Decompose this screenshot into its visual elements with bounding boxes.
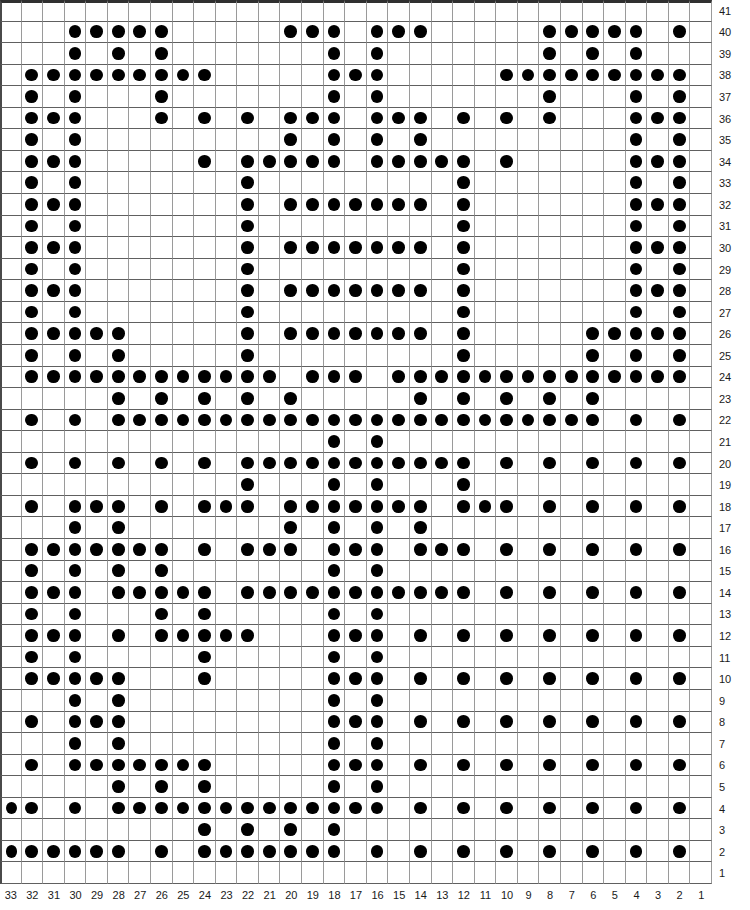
column-label: 14	[410, 884, 432, 910]
filled-dot	[371, 759, 384, 772]
grid-cell	[280, 86, 302, 108]
grid-cell	[173, 604, 195, 626]
filled-dot	[198, 543, 211, 556]
grid-cell	[194, 431, 216, 453]
grid-cell	[216, 388, 238, 410]
grid-cell	[561, 712, 583, 734]
grid-cell	[43, 237, 65, 259]
filled-dot	[414, 284, 427, 297]
grid-cell	[475, 431, 497, 453]
grid-cell	[518, 776, 540, 798]
row-label: 28	[712, 280, 750, 302]
grid-cell	[302, 216, 324, 238]
grid-cell	[129, 172, 151, 194]
grid-cell	[22, 237, 44, 259]
grid-cell	[65, 431, 87, 453]
grid-cell	[151, 819, 173, 841]
filled-dot	[241, 586, 254, 599]
filled-dot	[155, 586, 168, 599]
filled-dot	[349, 759, 362, 772]
grid-cell	[173, 517, 195, 539]
row-label: 31	[712, 216, 750, 238]
grid-cell	[0, 604, 22, 626]
grid-cell	[345, 539, 367, 561]
grid-cell	[367, 561, 389, 583]
grid-cell	[43, 388, 65, 410]
grid-cell	[43, 668, 65, 690]
grid-cell	[86, 582, 108, 604]
grid-cell	[216, 237, 238, 259]
grid-cell	[65, 604, 87, 626]
grid-cell	[173, 280, 195, 302]
filled-dot	[371, 478, 384, 491]
filled-dot	[263, 155, 276, 168]
grid-cell	[302, 733, 324, 755]
grid-cell	[43, 798, 65, 820]
grid-cell	[518, 86, 540, 108]
filled-dot	[112, 694, 125, 707]
grid-cell	[237, 561, 259, 583]
grid-cell	[453, 280, 475, 302]
filled-dot	[435, 414, 448, 427]
grid-cell	[22, 216, 44, 238]
filled-dot	[90, 327, 103, 340]
filled-dot	[371, 629, 384, 642]
grid-cell	[345, 108, 367, 130]
grid-cell	[604, 194, 626, 216]
grid-cell	[388, 410, 410, 432]
grid-cell	[367, 755, 389, 777]
filled-dot	[608, 370, 621, 383]
grid-cell	[259, 604, 281, 626]
grid-cell	[647, 776, 669, 798]
grid-cell	[302, 194, 324, 216]
grid-cell	[604, 755, 626, 777]
grid-cell	[280, 367, 302, 389]
filled-dot	[112, 327, 125, 340]
grid-cell	[108, 625, 130, 647]
filled-dot	[328, 802, 341, 815]
grid-cell	[626, 388, 648, 410]
grid-cell	[367, 582, 389, 604]
column-label: 2	[669, 884, 691, 910]
filled-dot	[371, 715, 384, 728]
grid-cell	[108, 280, 130, 302]
grid-cell	[604, 216, 626, 238]
grid-cell	[22, 151, 44, 173]
grid-cell	[690, 474, 712, 496]
grid-cell	[108, 345, 130, 367]
filled-dot	[371, 543, 384, 556]
filled-dot	[500, 802, 513, 815]
filled-dot	[155, 69, 168, 82]
grid-cell	[583, 712, 605, 734]
grid-cell	[237, 625, 259, 647]
grid-cell	[453, 474, 475, 496]
grid-cell	[626, 712, 648, 734]
column-label: 22	[237, 884, 259, 910]
grid-cell	[626, 604, 648, 626]
filled-dot	[371, 651, 384, 664]
filled-dot	[25, 133, 38, 146]
grid-cell	[151, 302, 173, 324]
filled-dot	[457, 220, 470, 233]
grid-cell	[280, 237, 302, 259]
grid-cell	[367, 841, 389, 863]
filled-dot	[47, 284, 60, 297]
grid-cell	[216, 259, 238, 281]
grid-cell	[388, 582, 410, 604]
grid-cell	[43, 517, 65, 539]
filled-dot	[371, 327, 384, 340]
grid-cell	[518, 151, 540, 173]
grid-cell	[561, 43, 583, 65]
grid-cell	[604, 237, 626, 259]
grid-cell	[583, 86, 605, 108]
grid-cell	[388, 561, 410, 583]
grid-cell	[216, 86, 238, 108]
grid-cell	[496, 151, 518, 173]
grid-cell	[0, 862, 22, 884]
grid-cell	[669, 129, 691, 151]
grid-cell	[22, 323, 44, 345]
row-label: 26	[712, 323, 750, 345]
grid-cell	[194, 453, 216, 475]
grid-cell	[518, 431, 540, 453]
grid-cell	[626, 776, 648, 798]
filled-dot	[371, 845, 384, 858]
grid-cell	[259, 539, 281, 561]
grid-cell	[475, 259, 497, 281]
filled-dot	[543, 845, 556, 858]
grid-cell	[43, 755, 65, 777]
grid-cell	[22, 86, 44, 108]
filled-dot	[522, 414, 535, 427]
grid-cell	[410, 216, 432, 238]
grid-cell	[690, 367, 712, 389]
grid-cell	[690, 410, 712, 432]
grid-cell	[259, 862, 281, 884]
grid-cell	[237, 43, 259, 65]
grid-cell	[302, 798, 324, 820]
grid-cell	[86, 216, 108, 238]
grid-cell	[43, 410, 65, 432]
grid-cell	[432, 582, 454, 604]
grid-cell	[259, 690, 281, 712]
filled-dot	[25, 608, 38, 621]
filled-dot	[673, 112, 686, 125]
grid-cell	[173, 539, 195, 561]
grid-cell	[583, 647, 605, 669]
filled-dot	[241, 370, 254, 383]
grid-cell	[453, 86, 475, 108]
filled-dot	[673, 133, 686, 146]
grid-cell	[151, 129, 173, 151]
grid-cell	[626, 216, 648, 238]
grid-cell	[194, 65, 216, 87]
grid-cell	[324, 345, 346, 367]
grid-cell	[194, 474, 216, 496]
grid-cell	[345, 819, 367, 841]
filled-dot	[112, 715, 125, 728]
grid-cell	[65, 345, 87, 367]
grid-cell	[43, 474, 65, 496]
grid-cell	[86, 302, 108, 324]
grid-cell	[302, 841, 324, 863]
grid-cell	[173, 712, 195, 734]
filled-dot	[630, 543, 643, 556]
grid-cell	[345, 776, 367, 798]
column-label: 24	[194, 884, 216, 910]
grid-cell	[561, 561, 583, 583]
grid-cell	[604, 151, 626, 173]
grid-cell	[324, 604, 346, 626]
grid-cell	[388, 172, 410, 194]
grid-cell	[237, 841, 259, 863]
grid-cell	[367, 345, 389, 367]
filled-dot	[457, 457, 470, 470]
grid-cell	[22, 582, 44, 604]
grid-cell	[280, 0, 302, 22]
grid-cell	[388, 517, 410, 539]
filled-dot	[155, 370, 168, 383]
grid-cell	[0, 302, 22, 324]
filled-dot	[90, 759, 103, 772]
grid-cell	[604, 65, 626, 87]
grid-cell	[518, 345, 540, 367]
grid-cell	[518, 280, 540, 302]
grid-cell	[604, 22, 626, 44]
grid-cell	[647, 259, 669, 281]
grid-cell	[367, 367, 389, 389]
grid-cell	[216, 668, 238, 690]
grid-cell	[324, 151, 346, 173]
filled-dot	[651, 284, 664, 297]
grid-cell	[496, 237, 518, 259]
filled-dot	[608, 25, 621, 38]
grid-cell	[22, 259, 44, 281]
grid-cell	[151, 561, 173, 583]
grid-cell	[324, 625, 346, 647]
filled-dot	[90, 672, 103, 685]
grid-cell	[129, 22, 151, 44]
grid-cell	[22, 194, 44, 216]
grid-cell	[647, 841, 669, 863]
filled-dot	[349, 457, 362, 470]
grid-cell	[22, 776, 44, 798]
grid-cell	[561, 172, 583, 194]
grid-cell	[86, 172, 108, 194]
grid-cell	[345, 561, 367, 583]
grid-cell	[626, 862, 648, 884]
grid-cell	[453, 776, 475, 798]
grid-cell	[669, 776, 691, 798]
filled-dot	[69, 543, 82, 556]
grid-cell	[539, 151, 561, 173]
grid-cell	[626, 819, 648, 841]
grid-cell	[583, 755, 605, 777]
filled-dot	[457, 241, 470, 254]
grid-cell	[583, 151, 605, 173]
filled-dot	[522, 69, 535, 82]
filled-dot	[25, 198, 38, 211]
grid-cell	[583, 216, 605, 238]
grid-cell	[690, 280, 712, 302]
grid-cell	[259, 0, 281, 22]
grid-cell	[324, 819, 346, 841]
filled-dot	[69, 694, 82, 707]
grid-cell	[86, 862, 108, 884]
grid-cell	[43, 539, 65, 561]
filled-dot	[630, 457, 643, 470]
grid-cell	[216, 798, 238, 820]
grid-cell	[388, 151, 410, 173]
row-label: 33	[712, 172, 750, 194]
grid-cell	[453, 43, 475, 65]
grid-cell	[388, 819, 410, 841]
grid-cell	[539, 194, 561, 216]
grid-cell	[432, 453, 454, 475]
grid-cell	[345, 668, 367, 690]
grid-cell	[108, 237, 130, 259]
grid-cell	[669, 690, 691, 712]
grid-cell	[173, 668, 195, 690]
filled-dot	[414, 155, 427, 168]
filled-dot	[457, 112, 470, 125]
grid-cell	[108, 862, 130, 884]
filled-dot	[220, 802, 233, 815]
filled-dot	[630, 672, 643, 685]
filled-dot	[155, 802, 168, 815]
grid-cell	[647, 625, 669, 647]
grid-cell	[647, 86, 669, 108]
filled-dot	[263, 802, 276, 815]
filled-dot	[306, 414, 319, 427]
grid-cell	[626, 345, 648, 367]
grid-cell	[626, 259, 648, 281]
grid-cell	[280, 517, 302, 539]
grid-cell	[194, 517, 216, 539]
grid-cell	[173, 129, 195, 151]
grid-cell	[86, 65, 108, 87]
grid-cell	[583, 539, 605, 561]
grid-cell	[345, 194, 367, 216]
grid-cell	[518, 712, 540, 734]
grid-cell	[669, 194, 691, 216]
filled-dot	[457, 759, 470, 772]
grid-cell	[108, 712, 130, 734]
grid-cell	[647, 129, 669, 151]
column-label: 9	[518, 884, 540, 910]
grid-cell	[173, 345, 195, 367]
filled-dot	[69, 198, 82, 211]
filled-dot	[198, 629, 211, 642]
grid-cell	[453, 388, 475, 410]
grid-cell	[345, 841, 367, 863]
grid-cell	[216, 129, 238, 151]
grid-cell	[0, 474, 22, 496]
grid-cell	[302, 647, 324, 669]
grid-cell	[43, 819, 65, 841]
filled-dot	[328, 47, 341, 60]
grid-cell	[0, 410, 22, 432]
filled-dot	[586, 349, 599, 362]
grid-cell	[194, 798, 216, 820]
grid-cell	[302, 108, 324, 130]
grid-cell	[151, 22, 173, 44]
grid-cell	[453, 345, 475, 367]
grid-cell	[345, 280, 367, 302]
grid-cell	[410, 776, 432, 798]
grid-cell	[65, 108, 87, 130]
filled-dot	[543, 47, 556, 60]
filled-dot	[371, 435, 384, 448]
grid-cell	[496, 367, 518, 389]
filled-dot	[543, 586, 556, 599]
grid-cell	[194, 690, 216, 712]
grid-cell	[690, 690, 712, 712]
filled-dot	[90, 715, 103, 728]
grid-cell	[280, 496, 302, 518]
filled-dot	[328, 543, 341, 556]
grid-cell	[475, 237, 497, 259]
grid-cell	[539, 345, 561, 367]
grid-cell	[518, 474, 540, 496]
filled-dot	[586, 69, 599, 82]
grid-cell	[237, 22, 259, 44]
grid-cell	[410, 43, 432, 65]
grid-cell	[453, 194, 475, 216]
grid-cell	[432, 539, 454, 561]
grid-cell	[259, 323, 281, 345]
filled-dot	[25, 327, 38, 340]
grid-cell	[151, 712, 173, 734]
grid-cell	[496, 561, 518, 583]
filled-dot	[284, 521, 297, 534]
grid-cell	[647, 237, 669, 259]
grid-cell	[302, 302, 324, 324]
filled-dot	[349, 69, 362, 82]
grid-cell	[173, 172, 195, 194]
filled-dot	[543, 69, 556, 82]
filled-dot	[69, 672, 82, 685]
grid-cell	[518, 862, 540, 884]
grid-cell	[432, 690, 454, 712]
grid-cell	[216, 690, 238, 712]
grid-cell	[0, 86, 22, 108]
grid-cell	[22, 129, 44, 151]
grid-cell	[129, 582, 151, 604]
filled-dot	[673, 543, 686, 556]
grid-cell	[151, 841, 173, 863]
grid-cell	[43, 172, 65, 194]
grid-cell	[65, 323, 87, 345]
grid-cell	[345, 302, 367, 324]
filled-dot	[392, 414, 405, 427]
grid-cell	[280, 194, 302, 216]
column-label: 17	[345, 884, 367, 910]
filled-dot	[371, 521, 384, 534]
grid-cell	[129, 367, 151, 389]
grid-cell	[475, 776, 497, 798]
grid-cell	[583, 345, 605, 367]
grid-cell	[453, 625, 475, 647]
grid-cell	[388, 755, 410, 777]
filled-dot	[392, 25, 405, 38]
grid-cell	[43, 582, 65, 604]
grid-cell	[151, 647, 173, 669]
grid-cell	[690, 0, 712, 22]
